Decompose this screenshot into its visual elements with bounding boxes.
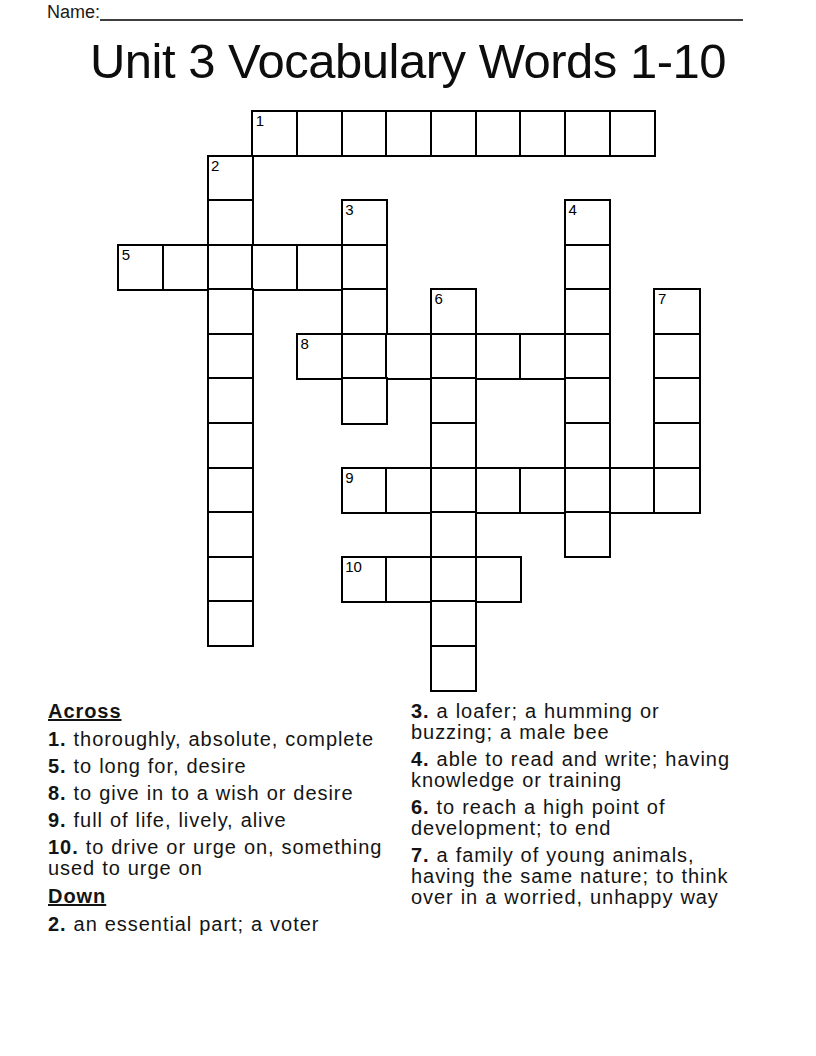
clue-text: to give in to a wish or desire bbox=[74, 782, 354, 804]
grid-cell-r0c6[interactable] bbox=[385, 110, 432, 157]
grid-cell-r5c10[interactable] bbox=[564, 333, 611, 380]
cell-number-2: 2 bbox=[211, 158, 219, 173]
clue-down-7: 7. a family of young animals, having the… bbox=[411, 845, 736, 908]
clue-text: to drive or urge on, something used to u… bbox=[48, 836, 382, 879]
grid-cell-r10c7[interactable] bbox=[430, 556, 477, 603]
cell-number-6: 6 bbox=[435, 291, 443, 306]
down-header: Down bbox=[48, 885, 393, 907]
clue-number: 9. bbox=[48, 809, 67, 831]
across-clue-list: 1. thoroughly, absolute, complete5. to l… bbox=[48, 729, 393, 879]
clue-number: 8. bbox=[48, 782, 67, 804]
clue-text: a loafer; a humming or buzzing; a male b… bbox=[411, 700, 660, 743]
grid-cell-r5c12[interactable] bbox=[653, 333, 700, 380]
cell-number-10: 10 bbox=[345, 559, 362, 574]
grid-cell-r3c5[interactable] bbox=[341, 244, 388, 291]
clue-text: thoroughly, absolute, complete bbox=[74, 728, 374, 750]
grid-cell-r8c5[interactable]: 9 bbox=[341, 467, 388, 514]
grid-cell-r8c11[interactable] bbox=[609, 467, 656, 514]
grid-cell-r11c7[interactable] bbox=[430, 600, 477, 647]
clue-down-4: 4. able to read and write; having knowle… bbox=[411, 749, 736, 791]
grid-cell-r9c2[interactable] bbox=[207, 511, 254, 558]
clue-text: an essential part; a voter bbox=[74, 913, 320, 935]
grid-cell-r3c2[interactable] bbox=[207, 244, 254, 291]
clue-text: a family of young animals, having the sa… bbox=[411, 844, 729, 908]
grid-cell-r0c5[interactable] bbox=[341, 110, 388, 157]
grid-cell-r2c10[interactable]: 4 bbox=[564, 199, 611, 246]
grid-cell-r0c4[interactable] bbox=[296, 110, 343, 157]
grid-cell-r10c2[interactable] bbox=[207, 556, 254, 603]
grid-cell-r8c6[interactable] bbox=[385, 467, 432, 514]
grid-cell-r7c7[interactable] bbox=[430, 422, 477, 469]
grid-cell-r5c2[interactable] bbox=[207, 333, 254, 380]
grid-cell-r7c12[interactable] bbox=[653, 422, 700, 469]
grid-cell-r4c5[interactable] bbox=[341, 288, 388, 335]
clue-number: 5. bbox=[48, 755, 67, 777]
clue-text: full of life, lively, alive bbox=[74, 809, 287, 831]
grid-cell-r0c7[interactable] bbox=[430, 110, 477, 157]
page-title: Unit 3 Vocabulary Words 1-10 bbox=[0, 33, 816, 89]
name-label: Name: bbox=[47, 2, 100, 23]
grid-cell-r4c7[interactable]: 6 bbox=[430, 288, 477, 335]
clue-across-9: 9. full of life, lively, alive bbox=[48, 810, 393, 831]
clue-column-left: Across 1. thoroughly, absolute, complete… bbox=[48, 700, 393, 941]
grid-cell-r8c8[interactable] bbox=[475, 467, 522, 514]
grid-cell-r5c8[interactable] bbox=[475, 333, 522, 380]
grid-cell-r3c4[interactable] bbox=[296, 244, 343, 291]
grid-cell-r6c5[interactable] bbox=[341, 377, 388, 424]
clue-number: 3. bbox=[411, 700, 430, 722]
grid-cell-r3c10[interactable] bbox=[564, 244, 611, 291]
clue-text: to long for, desire bbox=[74, 755, 247, 777]
cell-number-9: 9 bbox=[345, 470, 353, 485]
down-clue-list-left: 2. an essential part; a voter bbox=[48, 914, 393, 935]
grid-cell-r10c5[interactable]: 10 bbox=[341, 556, 388, 603]
grid-cell-r5c9[interactable] bbox=[519, 333, 566, 380]
grid-cell-r0c10[interactable] bbox=[564, 110, 611, 157]
grid-cell-r3c0[interactable]: 5 bbox=[117, 244, 164, 291]
grid-cell-r8c10[interactable] bbox=[564, 467, 611, 514]
grid-cell-r8c7[interactable] bbox=[430, 467, 477, 514]
grid-cell-r0c3[interactable]: 1 bbox=[251, 110, 298, 157]
clue-number: 7. bbox=[411, 844, 430, 866]
clue-text: able to read and write; having knowledge… bbox=[411, 748, 730, 791]
grid-cell-r3c3[interactable] bbox=[251, 244, 298, 291]
clue-number: 10. bbox=[48, 836, 79, 858]
grid-cell-r10c8[interactable] bbox=[475, 556, 522, 603]
grid-cell-r7c2[interactable] bbox=[207, 422, 254, 469]
grid-cell-r5c4[interactable]: 8 bbox=[296, 333, 343, 380]
grid-cell-r7c10[interactable] bbox=[564, 422, 611, 469]
cell-number-7: 7 bbox=[658, 291, 666, 306]
grid-cell-r9c7[interactable] bbox=[430, 511, 477, 558]
grid-cell-r5c5[interactable] bbox=[341, 333, 388, 380]
grid-cell-r5c6[interactable] bbox=[385, 333, 432, 380]
worksheet-page: Name: Unit 3 Vocabulary Words 1-10 12345… bbox=[0, 0, 816, 1056]
grid-cell-r2c2[interactable] bbox=[207, 199, 254, 246]
grid-cell-r8c2[interactable] bbox=[207, 467, 254, 514]
clue-down-2: 2. an essential part; a voter bbox=[48, 914, 393, 935]
cell-number-5: 5 bbox=[122, 247, 130, 262]
grid-cell-r4c12[interactable]: 7 bbox=[653, 288, 700, 335]
grid-cell-r11c2[interactable] bbox=[207, 600, 254, 647]
grid-cell-r1c2[interactable]: 2 bbox=[207, 155, 254, 202]
cell-number-3: 3 bbox=[345, 202, 353, 217]
grid-cell-r9c10[interactable] bbox=[564, 511, 611, 558]
clue-across-5: 5. to long for, desire bbox=[48, 756, 393, 777]
grid-cell-r10c6[interactable] bbox=[385, 556, 432, 603]
clue-text: to reach a high point of development; to… bbox=[411, 796, 665, 839]
grid-cell-r8c12[interactable] bbox=[653, 467, 700, 514]
name-blank-line[interactable] bbox=[100, 0, 743, 21]
grid-cell-r0c8[interactable] bbox=[475, 110, 522, 157]
grid-cell-r6c10[interactable] bbox=[564, 377, 611, 424]
grid-cell-r2c5[interactable]: 3 bbox=[341, 199, 388, 246]
grid-cell-r8c9[interactable] bbox=[519, 467, 566, 514]
clue-number: 2. bbox=[48, 913, 67, 935]
down-clue-list-right: 3. a loafer; a humming or buzzing; a mal… bbox=[411, 701, 736, 908]
across-header: Across bbox=[48, 700, 393, 722]
grid-cell-r5c7[interactable] bbox=[430, 333, 477, 380]
clue-number: 1. bbox=[48, 728, 67, 750]
clue-across-10: 10. to drive or urge on, something used … bbox=[48, 837, 393, 879]
grid-cell-r12c7[interactable] bbox=[430, 645, 477, 692]
cell-number-4: 4 bbox=[569, 202, 577, 217]
grid-cell-r4c2[interactable] bbox=[207, 288, 254, 335]
grid-cell-r6c12[interactable] bbox=[653, 377, 700, 424]
clue-down-3: 3. a loafer; a humming or buzzing; a mal… bbox=[411, 701, 736, 743]
grid-cell-r0c11[interactable] bbox=[609, 110, 656, 157]
clue-number: 4. bbox=[411, 748, 430, 770]
grid-cell-r6c7[interactable] bbox=[430, 377, 477, 424]
clue-down-6: 6. to reach a high point of development;… bbox=[411, 797, 736, 839]
clue-number: 6. bbox=[411, 796, 430, 818]
grid-cell-r6c2[interactable] bbox=[207, 377, 254, 424]
clue-across-8: 8. to give in to a wish or desire bbox=[48, 783, 393, 804]
grid-cell-r0c9[interactable] bbox=[519, 110, 566, 157]
cell-number-8: 8 bbox=[300, 336, 308, 351]
clue-column-right: 3. a loafer; a humming or buzzing; a mal… bbox=[411, 701, 736, 914]
clue-across-1: 1. thoroughly, absolute, complete bbox=[48, 729, 393, 750]
grid-cell-r3c1[interactable] bbox=[162, 244, 209, 291]
grid-cell-r4c10[interactable] bbox=[564, 288, 611, 335]
cell-number-1: 1 bbox=[256, 113, 264, 128]
